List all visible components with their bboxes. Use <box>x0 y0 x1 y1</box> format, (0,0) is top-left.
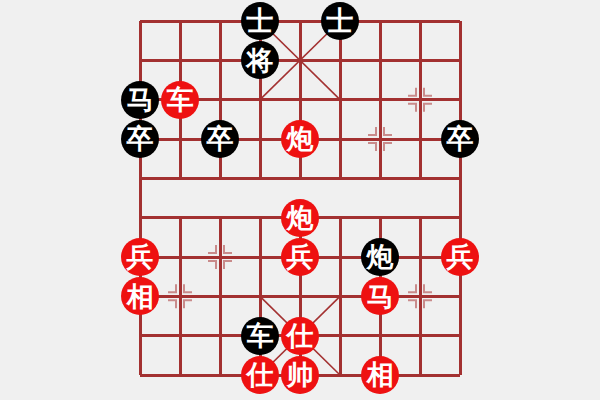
black-soldier[interactable]: 卒 <box>121 120 159 158</box>
black-soldier[interactable]: 卒 <box>441 120 479 158</box>
red-chariot[interactable]: 车 <box>161 81 199 119</box>
red-cannon[interactable]: 炮 <box>281 120 319 158</box>
black-general[interactable]: 将 <box>241 41 279 79</box>
red-soldier[interactable]: 兵 <box>121 238 159 276</box>
black-advisor[interactable]: 士 <box>321 2 359 40</box>
black-cannon[interactable]: 炮 <box>361 238 399 276</box>
red-soldier[interactable]: 兵 <box>281 238 319 276</box>
black-horse[interactable]: 马 <box>121 81 159 119</box>
piece-layer: 士士将马车卒卒炮卒炮兵兵炮兵相马车仕仕帅相 <box>120 1 480 394</box>
red-soldier[interactable]: 兵 <box>441 238 479 276</box>
red-horse[interactable]: 马 <box>361 277 399 315</box>
xiangqi-board: 士士将马车卒卒炮卒炮兵兵炮兵相马车仕仕帅相 <box>0 0 600 400</box>
red-general[interactable]: 帅 <box>281 356 319 394</box>
red-advisor[interactable]: 仕 <box>281 317 319 355</box>
black-advisor[interactable]: 士 <box>241 2 279 40</box>
black-chariot[interactable]: 车 <box>241 317 279 355</box>
red-elephant[interactable]: 相 <box>361 356 399 394</box>
black-soldier[interactable]: 卒 <box>201 120 239 158</box>
red-cannon[interactable]: 炮 <box>281 199 319 237</box>
red-elephant[interactable]: 相 <box>121 277 159 315</box>
red-advisor[interactable]: 仕 <box>241 356 279 394</box>
